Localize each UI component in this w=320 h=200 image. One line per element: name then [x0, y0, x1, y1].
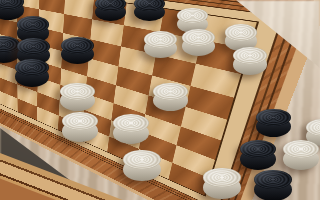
white-piece[interactable] [182, 29, 215, 56]
piece-top [225, 24, 257, 40]
piece-top [17, 16, 49, 32]
piece-top [256, 109, 291, 127]
black-piece[interactable] [134, 0, 165, 21]
piece-top [61, 37, 94, 54]
white-piece[interactable] [113, 114, 149, 144]
piece-top [182, 29, 215, 46]
white-piece-tray[interactable] [203, 168, 241, 199]
black-piece-tray[interactable] [240, 140, 276, 170]
black-piece[interactable] [95, 0, 126, 21]
black-piece[interactable] [61, 37, 94, 64]
piece-top [233, 47, 267, 64]
board-photo-scene [0, 0, 320, 200]
white-piece-tray[interactable] [283, 140, 319, 170]
white-piece[interactable] [144, 31, 177, 58]
white-piece[interactable] [153, 83, 188, 112]
piece-top [60, 83, 95, 101]
piece-top [203, 168, 241, 187]
white-piece[interactable] [60, 83, 95, 112]
black-piece[interactable] [15, 59, 49, 87]
white-piece[interactable] [62, 112, 98, 142]
piece-top [177, 8, 208, 24]
white-piece[interactable] [123, 150, 161, 181]
white-piece[interactable] [233, 47, 267, 75]
piece-top [17, 38, 50, 55]
piece-top [254, 170, 292, 189]
piece-top [144, 31, 177, 48]
piece-top [15, 59, 49, 76]
piece-top [153, 83, 188, 101]
black-piece-tray[interactable] [254, 170, 292, 200]
piece-top [123, 150, 161, 169]
black-piece-tray[interactable] [256, 109, 291, 138]
